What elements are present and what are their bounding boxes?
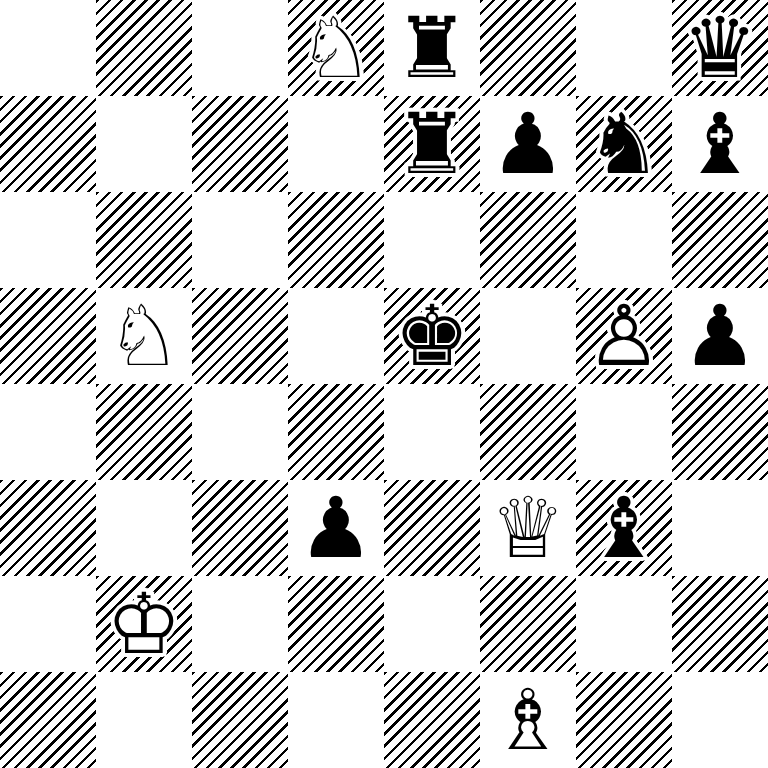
square-a3[interactable]: [0, 480, 96, 576]
black-rook: ♜♜: [384, 0, 480, 96]
square-b5[interactable]: ♞♘: [96, 288, 192, 384]
piece-glyph: ♟: [480, 96, 576, 192]
square-c8[interactable]: [192, 0, 288, 96]
black-king: ♚♚: [384, 288, 480, 384]
square-h2[interactable]: [672, 576, 768, 672]
piece-glyph: ♟: [672, 288, 768, 384]
piece-halo: ♟: [480, 96, 576, 192]
square-a7[interactable]: [0, 96, 96, 192]
square-f8[interactable]: [480, 0, 576, 96]
piece-glyph: ♞: [576, 96, 672, 192]
square-a8[interactable]: [0, 0, 96, 96]
square-f3[interactable]: ♛♕: [480, 480, 576, 576]
square-h4[interactable]: [672, 384, 768, 480]
black-knight: ♞♞: [576, 96, 672, 192]
piece-halo: ♚: [384, 288, 480, 384]
square-c6[interactable]: [192, 192, 288, 288]
white-pawn: ♟♙: [576, 288, 672, 384]
piece-glyph: ♜: [384, 0, 480, 96]
square-d6[interactable]: [288, 192, 384, 288]
piece-halo: ♟: [576, 288, 672, 384]
square-b2[interactable]: ♚♔: [96, 576, 192, 672]
square-c7[interactable]: [192, 96, 288, 192]
piece-halo: ♜: [384, 0, 480, 96]
square-a1[interactable]: [0, 672, 96, 768]
piece-glyph: ♟: [288, 480, 384, 576]
square-g8[interactable]: [576, 0, 672, 96]
piece-halo: ♝: [672, 96, 768, 192]
piece-glyph: ♙: [576, 288, 672, 384]
square-h1[interactable]: [672, 672, 768, 768]
square-b4[interactable]: [96, 384, 192, 480]
square-a2[interactable]: [0, 576, 96, 672]
piece-halo: ♛: [672, 0, 768, 96]
black-bishop: ♝♝: [672, 96, 768, 192]
piece-halo: ♟: [288, 480, 384, 576]
piece-glyph: ♕: [480, 480, 576, 576]
piece-glyph: ♔: [96, 576, 192, 672]
piece-glyph: ♛: [672, 0, 768, 96]
square-e4[interactable]: [384, 384, 480, 480]
square-g2[interactable]: [576, 576, 672, 672]
square-d5[interactable]: [288, 288, 384, 384]
square-e2[interactable]: [384, 576, 480, 672]
black-rook: ♜♜: [384, 96, 480, 192]
white-bishop: ♝♗: [480, 672, 576, 768]
white-knight: ♞♘: [288, 0, 384, 96]
black-queen: ♛♛: [672, 0, 768, 96]
square-h5[interactable]: ♟♟: [672, 288, 768, 384]
square-d3[interactable]: ♟♟: [288, 480, 384, 576]
piece-halo: ♚: [96, 576, 192, 672]
white-knight: ♞♘: [96, 288, 192, 384]
square-a4[interactable]: [0, 384, 96, 480]
square-g3[interactable]: ♝♝: [576, 480, 672, 576]
white-king: ♚♔: [96, 576, 192, 672]
black-pawn: ♟♟: [288, 480, 384, 576]
square-b1[interactable]: [96, 672, 192, 768]
square-g4[interactable]: [576, 384, 672, 480]
square-e7[interactable]: ♜♜: [384, 96, 480, 192]
square-f4[interactable]: [480, 384, 576, 480]
square-e5[interactable]: ♚♚: [384, 288, 480, 384]
square-c3[interactable]: [192, 480, 288, 576]
square-f7[interactable]: ♟♟: [480, 96, 576, 192]
square-f2[interactable]: [480, 576, 576, 672]
square-e1[interactable]: [384, 672, 480, 768]
piece-glyph: ♘: [96, 288, 192, 384]
black-bishop: ♝♝: [576, 480, 672, 576]
piece-halo: ♞: [96, 288, 192, 384]
square-h7[interactable]: ♝♝: [672, 96, 768, 192]
square-c2[interactable]: [192, 576, 288, 672]
square-d8[interactable]: ♞♘: [288, 0, 384, 96]
square-h3[interactable]: [672, 480, 768, 576]
piece-glyph: ♜: [384, 96, 480, 192]
piece-glyph: ♝: [576, 480, 672, 576]
square-e3[interactable]: [384, 480, 480, 576]
square-d1[interactable]: [288, 672, 384, 768]
piece-glyph: ♘: [288, 0, 384, 96]
white-queen: ♛♕: [480, 480, 576, 576]
piece-glyph: ♝: [672, 96, 768, 192]
square-a5[interactable]: [0, 288, 96, 384]
square-d4[interactable]: [288, 384, 384, 480]
square-b7[interactable]: [96, 96, 192, 192]
square-e8[interactable]: ♜♜: [384, 0, 480, 96]
square-e6[interactable]: [384, 192, 480, 288]
square-g5[interactable]: ♟♙: [576, 288, 672, 384]
piece-halo: ♜: [384, 96, 480, 192]
square-c5[interactable]: [192, 288, 288, 384]
square-d7[interactable]: [288, 96, 384, 192]
piece-halo: ♟: [672, 288, 768, 384]
black-pawn: ♟♟: [672, 288, 768, 384]
piece-glyph: ♚: [384, 288, 480, 384]
square-f6[interactable]: [480, 192, 576, 288]
square-f1[interactable]: ♝♗: [480, 672, 576, 768]
chess-board: ♞♘♜♜♛♛♜♜♟♟♞♞♝♝♞♘♚♚♟♙♟♟♟♟♛♕♝♝♚♔♝♗: [0, 0, 768, 768]
square-g1[interactable]: [576, 672, 672, 768]
square-d2[interactable]: [288, 576, 384, 672]
square-h6[interactable]: [672, 192, 768, 288]
piece-halo: ♛: [480, 480, 576, 576]
black-pawn: ♟♟: [480, 96, 576, 192]
square-b8[interactable]: [96, 0, 192, 96]
piece-halo: ♞: [576, 96, 672, 192]
square-c4[interactable]: [192, 384, 288, 480]
piece-glyph: ♗: [480, 672, 576, 768]
square-g6[interactable]: [576, 192, 672, 288]
piece-halo: ♞: [288, 0, 384, 96]
square-f5[interactable]: [480, 288, 576, 384]
square-c1[interactable]: [192, 672, 288, 768]
square-g7[interactable]: ♞♞: [576, 96, 672, 192]
square-b3[interactable]: [96, 480, 192, 576]
square-b6[interactable]: [96, 192, 192, 288]
square-a6[interactable]: [0, 192, 96, 288]
piece-halo: ♝: [480, 672, 576, 768]
piece-halo: ♝: [576, 480, 672, 576]
square-h8[interactable]: ♛♛: [672, 0, 768, 96]
